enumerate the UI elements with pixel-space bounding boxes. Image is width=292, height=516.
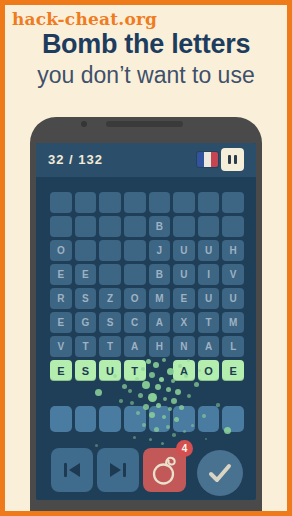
toolbar: 4 (36, 448, 256, 496)
grid-tile-r5c1: R (50, 288, 72, 309)
grid-tile-r2c4 (124, 216, 146, 237)
preview-tile-3 (99, 406, 121, 432)
grid-tile-r5c8: U (222, 288, 244, 309)
grid-tile-r1c2 (75, 192, 97, 213)
particle-dot (163, 397, 167, 401)
particle-dot (95, 444, 98, 447)
skip-previous-button[interactable] (51, 448, 93, 492)
page-title: Bomb the letters (5, 29, 287, 60)
particle-dot (183, 430, 186, 433)
particle-dot (216, 403, 219, 406)
grid-tile-r7c2: T (75, 336, 97, 357)
particle-dot (130, 401, 134, 405)
grid-tile-r5c5: M (149, 288, 171, 309)
particle-dot (149, 412, 155, 418)
particle-dot (202, 414, 206, 418)
particle-dot (162, 358, 166, 362)
particle-dot (166, 425, 170, 429)
grid-tile-r7c4: A (124, 336, 146, 357)
grid-tile-r2c8 (222, 216, 244, 237)
grid-tile-r5c3: Z (99, 288, 121, 309)
next-letters-row (50, 406, 244, 432)
particle-dot (156, 403, 161, 408)
page-subtitle: you don’t want to use (5, 62, 287, 89)
pause-icon (234, 155, 237, 164)
particle-dot (184, 374, 188, 378)
letter-grid: BOJUUHEEBUIVRSZOMEUUEGSCAXTMVTTAHNAL (50, 192, 244, 357)
particle-dot (135, 377, 139, 381)
grid-tile-r2c7 (198, 216, 220, 237)
pause-button[interactable] (221, 148, 244, 171)
particle-dot (142, 381, 150, 389)
particle-dot (95, 389, 102, 396)
particle-dot (136, 411, 140, 415)
grid-tile-r7c6: N (173, 336, 195, 357)
grid-tile-r4c1: E (50, 264, 72, 285)
bomb-button[interactable]: 4 (143, 448, 186, 492)
grid-tile-r5c2: S (75, 288, 97, 309)
preview-tile-7 (198, 406, 220, 432)
particle-dot (122, 384, 127, 389)
particle-dot (168, 407, 172, 411)
particle-dot (198, 369, 201, 372)
game-screen: 32 / 132 BOJUUHEEBUIVRSZOMEUUEGSCAXTMVTT… (36, 143, 256, 500)
grid-tile-r5c7: U (198, 288, 220, 309)
particle-dot (161, 442, 164, 445)
grid-tile-r3c3 (99, 240, 121, 261)
particle-dot (172, 433, 176, 437)
grid-tile-r4c3 (99, 264, 121, 285)
particle-dot (194, 382, 199, 387)
preview-tile-1 (50, 406, 72, 432)
particle-dot (141, 367, 145, 371)
particle-dot (138, 393, 143, 398)
preview-tile-2 (75, 406, 97, 432)
particle-dot (171, 379, 175, 383)
grid-tile-r2c3 (99, 216, 121, 237)
particle-dot (153, 362, 159, 368)
grid-tile-r1c8 (222, 192, 244, 213)
check-icon (197, 450, 243, 496)
grid-tile-r5c4: O (124, 288, 146, 309)
skip-next-button[interactable] (97, 448, 139, 492)
rack-tile-e-8[interactable]: E (222, 360, 244, 381)
particle-dot (174, 417, 179, 422)
grid-tile-r7c3: T (99, 336, 121, 357)
particle-dot (128, 389, 132, 393)
particle-dot (205, 438, 208, 441)
grid-tile-r6c2: G (75, 312, 97, 333)
grid-tile-r3c1: O (50, 240, 72, 261)
status-bar: 32 / 132 (36, 143, 256, 177)
particle-dot (119, 399, 123, 403)
grid-tile-r3c8: H (222, 240, 244, 261)
particle-dot (166, 387, 171, 392)
grid-tile-r3c6: U (173, 240, 195, 261)
phone-bottom-bezel (30, 500, 262, 511)
grid-tile-r3c7: U (198, 240, 220, 261)
particle-dot (171, 398, 177, 404)
grid-tile-r7c8: L (222, 336, 244, 357)
grid-tile-r2c6 (173, 216, 195, 237)
rack-tile-o-7[interactable]: O (198, 360, 220, 381)
skip-next-icon (108, 461, 128, 479)
grid-tile-r1c1 (50, 192, 72, 213)
bomb-count-badge: 4 (176, 440, 193, 457)
particle-dot (178, 364, 182, 368)
particle-dot (159, 377, 164, 382)
particle-dot (175, 389, 181, 395)
particle-dot (113, 374, 117, 378)
grid-tile-r6c5: A (149, 312, 171, 333)
particle-dot (155, 384, 161, 390)
grid-tile-r6c8: M (222, 312, 244, 333)
grid-tile-r3c4 (124, 240, 146, 261)
screenshot-frame: hack-cheat.org Bomb the letters you don’… (0, 0, 292, 516)
phone-mockup: 32 / 132 BOJUUHEEBUIVRSZOMEUUEGSCAXTMVTT… (30, 117, 262, 511)
particle-dot (191, 424, 194, 427)
grid-tile-r1c5 (149, 192, 171, 213)
pause-icon (228, 155, 231, 164)
grid-tile-r4c7: I (198, 264, 220, 285)
particle-dot (187, 359, 190, 362)
grid-tile-r7c5: H (149, 336, 171, 357)
grid-tile-r1c6 (173, 192, 195, 213)
speaker-grille (106, 121, 183, 127)
grid-tile-r5c6: E (173, 288, 195, 309)
particle-dot (149, 438, 152, 441)
rack-tile-e-1[interactable]: E (50, 360, 72, 381)
particle-dot (179, 405, 184, 410)
grid-tile-r2c2 (75, 216, 97, 237)
grid-tile-r4c2: E (75, 264, 97, 285)
grid-tile-r3c2 (75, 240, 97, 261)
grid-tile-r7c7: A (198, 336, 220, 357)
particle-dot (154, 427, 159, 432)
rack-tile-u-3[interactable]: U (99, 360, 121, 381)
grid-tile-r6c3: S (99, 312, 121, 333)
particle-dot (143, 404, 149, 410)
grid-tile-r4c5: B (149, 264, 171, 285)
particle-dot (167, 368, 174, 375)
bomb-icon (150, 453, 180, 487)
watermark: hack-cheat.org (12, 9, 157, 29)
french-flag-icon[interactable] (197, 152, 218, 167)
grid-tile-r6c7: T (198, 312, 220, 333)
particle-dot (148, 393, 157, 402)
rack-tile-a-6[interactable]: A (173, 360, 195, 381)
rack-tile-s-2[interactable]: S (75, 360, 97, 381)
grid-tile-r1c3 (99, 192, 121, 213)
particle-dot (133, 436, 136, 439)
preview-tile-4 (124, 406, 146, 432)
grid-tile-r7c1: V (50, 336, 72, 357)
confirm-button[interactable] (197, 450, 243, 496)
skip-previous-icon (62, 461, 82, 479)
grid-tile-r4c6: U (173, 264, 195, 285)
particle-dot (142, 423, 146, 427)
grid-tile-r2c1 (50, 216, 72, 237)
grid-tile-r4c4 (124, 264, 146, 285)
grid-tile-r6c4: C (124, 312, 146, 333)
grid-tile-r2c5: B (149, 216, 171, 237)
grid-tile-r1c7 (198, 192, 220, 213)
particle-dot (149, 372, 155, 378)
grid-tile-r6c1: E (50, 312, 72, 333)
particle-dot (224, 427, 231, 434)
particle-dot (162, 415, 166, 419)
grid-tile-r4c8: V (222, 264, 244, 285)
particle-dot (146, 359, 151, 364)
grid-tile-r3c5: J (149, 240, 171, 261)
particle-dot (187, 394, 191, 398)
camera-icon (81, 121, 87, 127)
grid-tile-r1c4 (124, 192, 146, 213)
score-counter: 32 / 132 (48, 143, 103, 177)
grid-tile-r6c6: X (173, 312, 195, 333)
